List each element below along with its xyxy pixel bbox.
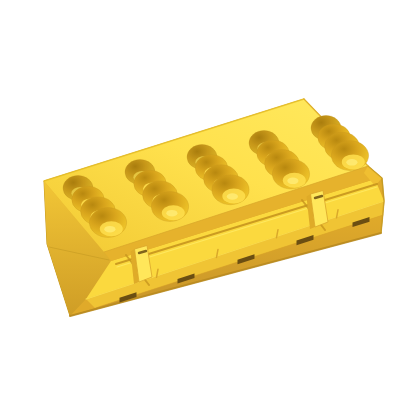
cavity-1-bubble-4-spot [104,226,115,233]
mold-tray-illustration [0,0,420,420]
cavity-2-bubble-4-spot [166,210,177,217]
cavity-5-bubble-4-spot [346,159,357,166]
mold-photo-svg [0,0,420,420]
product-image [0,0,420,420]
cavity-4-bubble-4-spot [287,178,298,185]
cavity-3-bubble-4-spot [227,193,238,200]
